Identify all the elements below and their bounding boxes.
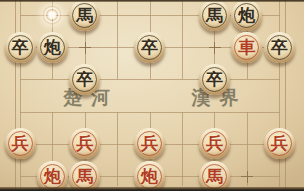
- piece-glyph: 卒: [264, 32, 295, 63]
- grid-line-file-5-bottom: [182, 112, 183, 187]
- board-border-left: [15, 0, 17, 190]
- grid-line-rank-4: [20, 79, 280, 80]
- grid-line-file-3-bottom: [117, 112, 118, 187]
- piece-glyph: 炮: [37, 32, 68, 63]
- piece-black-soldier[interactable]: 卒: [134, 32, 165, 63]
- move-origin-sparkle-effect: [43, 6, 62, 25]
- position-marker: [241, 171, 253, 183]
- screen-edge-bottom: [0, 187, 304, 191]
- piece-glyph: 兵: [69, 128, 100, 159]
- piece-red-chariot[interactable]: 車: [231, 32, 262, 63]
- xiangqi-board: 楚河 漢界 馬馬炮卒炮卒車卒卒卒兵兵兵兵兵炮馬炮馬: [0, 0, 304, 190]
- position-marker: [209, 42, 221, 54]
- piece-glyph: 卒: [199, 64, 230, 95]
- piece-glyph: 兵: [199, 128, 230, 159]
- piece-black-cannon[interactable]: 炮: [231, 0, 262, 31]
- piece-black-horse[interactable]: 馬: [69, 0, 100, 31]
- piece-glyph: 兵: [5, 128, 36, 159]
- piece-glyph: 兵: [264, 128, 295, 159]
- piece-black-soldier[interactable]: 卒: [264, 32, 295, 63]
- piece-glyph: 卒: [69, 64, 100, 95]
- piece-red-soldier[interactable]: 兵: [264, 128, 295, 159]
- piece-black-soldier[interactable]: 卒: [199, 64, 230, 95]
- piece-black-horse[interactable]: 馬: [199, 0, 230, 31]
- grid-line-file-5-top: [182, 0, 183, 79]
- piece-glyph: 兵: [134, 128, 165, 159]
- piece-glyph: 馬: [199, 0, 230, 31]
- piece-red-soldier[interactable]: 兵: [69, 128, 100, 159]
- piece-red-soldier[interactable]: 兵: [5, 128, 36, 159]
- piece-red-soldier[interactable]: 兵: [199, 128, 230, 159]
- piece-black-cannon[interactable]: 炮: [37, 32, 68, 63]
- position-marker: [79, 42, 91, 54]
- piece-glyph: 卒: [5, 32, 36, 63]
- piece-red-soldier[interactable]: 兵: [134, 128, 165, 159]
- grid-line-file-3-top: [117, 0, 118, 79]
- screen-edge-top: [0, 0, 304, 2]
- piece-glyph: 馬: [69, 0, 100, 31]
- piece-glyph: 卒: [134, 32, 165, 63]
- piece-glyph: 車: [231, 32, 262, 63]
- piece-black-soldier[interactable]: 卒: [69, 64, 100, 95]
- piece-glyph: 炮: [231, 0, 262, 31]
- piece-black-soldier[interactable]: 卒: [5, 32, 36, 63]
- board-border-right: [285, 0, 287, 190]
